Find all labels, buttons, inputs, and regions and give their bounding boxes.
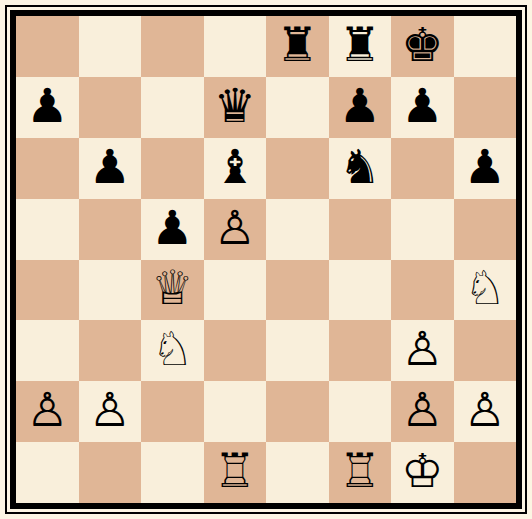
square-f3[interactable] [329,320,392,381]
square-g4[interactable] [391,260,454,321]
black-pawn[interactable]: ♟ [339,82,381,129]
square-a7[interactable]: ♟ [16,77,79,138]
white-pawn[interactable]: ♙ [401,325,443,372]
square-b7[interactable] [79,77,142,138]
square-g6[interactable] [391,138,454,199]
page-background: ♜♜♚♟♛♟♟♟♝♞♟♟♙♕♘♘♙♙♙♙♙♖♖♔ [0,0,532,519]
square-b4[interactable] [79,260,142,321]
white-pawn[interactable]: ♙ [464,386,506,433]
square-f4[interactable] [329,260,392,321]
black-queen[interactable]: ♛ [214,82,256,129]
square-b2[interactable]: ♙ [79,381,142,442]
square-a3[interactable] [16,320,79,381]
square-a8[interactable] [16,16,79,77]
square-e6[interactable] [266,138,329,199]
square-e7[interactable] [266,77,329,138]
black-knight[interactable]: ♞ [339,143,381,190]
white-rook[interactable]: ♖ [339,447,381,494]
square-e4[interactable] [266,260,329,321]
square-f1[interactable]: ♖ [329,442,392,503]
square-d4[interactable] [204,260,267,321]
square-c8[interactable] [141,16,204,77]
square-c5[interactable]: ♟ [141,199,204,260]
square-g7[interactable]: ♟ [391,77,454,138]
square-g8[interactable]: ♚ [391,16,454,77]
square-g1[interactable]: ♔ [391,442,454,503]
square-a6[interactable] [16,138,79,199]
square-b8[interactable] [79,16,142,77]
black-pawn[interactable]: ♟ [464,143,506,190]
black-pawn[interactable]: ♟ [26,82,68,129]
square-e3[interactable] [266,320,329,381]
white-king[interactable]: ♔ [401,447,443,494]
black-pawn[interactable]: ♟ [401,82,443,129]
square-h4[interactable]: ♘ [454,260,517,321]
square-b6[interactable]: ♟ [79,138,142,199]
square-f5[interactable] [329,199,392,260]
square-c7[interactable] [141,77,204,138]
square-c2[interactable] [141,381,204,442]
square-e2[interactable] [266,381,329,442]
square-d2[interactable] [204,381,267,442]
square-g5[interactable] [391,199,454,260]
square-d3[interactable] [204,320,267,381]
white-pawn[interactable]: ♙ [26,386,68,433]
white-pawn[interactable]: ♙ [214,204,256,251]
square-b1[interactable] [79,442,142,503]
square-f8[interactable]: ♜ [329,16,392,77]
black-king[interactable]: ♚ [401,21,443,68]
square-g3[interactable]: ♙ [391,320,454,381]
square-h8[interactable] [454,16,517,77]
board-inner-frame: ♜♜♚♟♛♟♟♟♝♞♟♟♙♕♘♘♙♙♙♙♙♖♖♔ [10,10,522,509]
white-knight[interactable]: ♘ [151,325,193,372]
square-a1[interactable] [16,442,79,503]
board-outer-frame: ♜♜♚♟♛♟♟♟♝♞♟♟♙♕♘♘♙♙♙♙♙♖♖♔ [5,5,527,514]
square-f6[interactable]: ♞ [329,138,392,199]
square-c4[interactable]: ♕ [141,260,204,321]
square-c6[interactable] [141,138,204,199]
square-d1[interactable]: ♖ [204,442,267,503]
square-d8[interactable] [204,16,267,77]
square-a4[interactable] [16,260,79,321]
white-rook[interactable]: ♖ [214,447,256,494]
square-d7[interactable]: ♛ [204,77,267,138]
chess-board: ♜♜♚♟♛♟♟♟♝♞♟♟♙♕♘♘♙♙♙♙♙♖♖♔ [16,16,516,503]
black-rook[interactable]: ♜ [339,21,381,68]
black-rook[interactable]: ♜ [276,21,318,68]
black-pawn[interactable]: ♟ [89,143,131,190]
square-e1[interactable] [266,442,329,503]
black-pawn[interactable]: ♟ [151,204,193,251]
square-d5[interactable]: ♙ [204,199,267,260]
black-bishop[interactable]: ♝ [214,143,256,190]
square-h1[interactable] [454,442,517,503]
square-h6[interactable]: ♟ [454,138,517,199]
square-f7[interactable]: ♟ [329,77,392,138]
white-pawn[interactable]: ♙ [89,386,131,433]
square-h3[interactable] [454,320,517,381]
square-e8[interactable]: ♜ [266,16,329,77]
square-a5[interactable] [16,199,79,260]
white-knight[interactable]: ♘ [464,264,506,311]
square-b5[interactable] [79,199,142,260]
white-queen[interactable]: ♕ [151,264,193,311]
square-b3[interactable] [79,320,142,381]
square-a2[interactable]: ♙ [16,381,79,442]
square-h7[interactable] [454,77,517,138]
white-pawn[interactable]: ♙ [401,386,443,433]
square-e5[interactable] [266,199,329,260]
square-c1[interactable] [141,442,204,503]
square-c3[interactable]: ♘ [141,320,204,381]
square-f2[interactable] [329,381,392,442]
square-g2[interactable]: ♙ [391,381,454,442]
square-h5[interactable] [454,199,517,260]
square-h2[interactable]: ♙ [454,381,517,442]
square-d6[interactable]: ♝ [204,138,267,199]
